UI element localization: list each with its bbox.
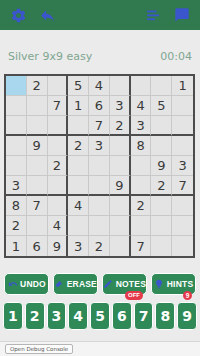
cell-r3c1[interactable] — [6, 116, 27, 136]
cell-r3c6[interactable]: 2 — [110, 116, 131, 136]
hints-button[interactable]: HINTS 9 — [151, 273, 196, 295]
cell-r7c1[interactable]: 8 — [6, 196, 27, 216]
undo-arrow-icon[interactable] — [38, 6, 56, 24]
cell-r3c5[interactable]: 7 — [89, 116, 110, 136]
cell-r7c8[interactable] — [151, 196, 172, 216]
cell-r7c3[interactable] — [48, 196, 69, 216]
cell-r6c5[interactable] — [89, 176, 110, 196]
cell-r4c3[interactable] — [48, 136, 69, 156]
eraser-icon — [54, 279, 65, 290]
cell-r1c7[interactable] — [131, 76, 152, 96]
cell-r7c2[interactable]: 7 — [27, 196, 48, 216]
cell-r7c4[interactable]: 4 — [68, 196, 89, 216]
cell-r1c1[interactable] — [6, 76, 27, 96]
action-toolbar: UNDO ERASE NOTES OFF HINTS 9 — [4, 273, 196, 295]
cell-r4c1[interactable] — [6, 136, 27, 156]
cell-r8c7[interactable] — [131, 216, 152, 236]
cell-r2c3[interactable]: 7 — [48, 96, 69, 116]
cell-r5c8[interactable]: 9 — [151, 156, 172, 176]
cell-r5c1[interactable] — [6, 156, 27, 176]
cell-r2c9[interactable] — [172, 96, 193, 116]
debug-console-bar: Open Debug Console — [0, 341, 200, 356]
timer: 00:04 — [160, 50, 192, 63]
cell-r2c7[interactable]: 4 — [131, 96, 152, 116]
numpad-key-3[interactable]: 3 — [47, 302, 67, 330]
cell-r2c4[interactable]: 1 — [68, 96, 89, 116]
cell-r8c1[interactable]: 2 — [6, 216, 27, 236]
notes-label: NOTES — [116, 279, 146, 289]
cell-r6c3[interactable] — [48, 176, 69, 196]
cell-r5c9[interactable]: 3 — [172, 156, 193, 176]
cell-r6c8[interactable]: 2 — [151, 176, 172, 196]
cell-r4c9[interactable] — [172, 136, 193, 156]
undo-label: UNDO — [20, 279, 46, 289]
cell-r4c5[interactable]: 3 — [89, 136, 110, 156]
cell-r4c2[interactable]: 9 — [27, 136, 48, 156]
cell-r8c5[interactable] — [89, 216, 110, 236]
cell-r1c2[interactable]: 2 — [27, 76, 48, 96]
cell-r5c7[interactable] — [131, 156, 152, 176]
cell-r5c5[interactable] — [89, 156, 110, 176]
cell-r9c2[interactable]: 6 — [27, 236, 48, 256]
cell-r3c2[interactable] — [27, 116, 48, 136]
cell-r1c6[interactable] — [110, 76, 131, 96]
cell-r2c1[interactable] — [6, 96, 27, 116]
numpad-key-7[interactable]: 7 — [134, 302, 154, 330]
difficulty-label: Silver 9x9 easy — [8, 50, 92, 63]
cell-r7c6[interactable] — [110, 196, 131, 216]
numpad-key-8[interactable]: 8 — [155, 302, 175, 330]
undo-button[interactable]: UNDO — [4, 273, 49, 295]
cell-r9c1[interactable]: 1 — [6, 236, 27, 256]
numpad-key-6[interactable]: 6 — [112, 302, 132, 330]
notes-off-badge: OFF — [125, 291, 143, 300]
cell-r4c6[interactable] — [110, 136, 131, 156]
erase-label: ERASE — [67, 279, 97, 289]
cell-r9c3[interactable]: 9 — [48, 236, 69, 256]
sudoku-grid: 254171634572392382933927874224169327 — [4, 74, 195, 258]
playlist-icon[interactable] — [144, 6, 162, 24]
cell-r2c5[interactable]: 6 — [89, 96, 110, 116]
cell-r5c3[interactable]: 2 — [48, 156, 69, 176]
cell-r3c7[interactable]: 3 — [131, 116, 152, 136]
number-pad: 123456789 — [3, 302, 197, 330]
numpad-key-5[interactable]: 5 — [90, 302, 110, 330]
numpad-key-4[interactable]: 4 — [68, 302, 88, 330]
cell-r3c4[interactable] — [68, 116, 89, 136]
lightbulb-icon — [154, 279, 165, 290]
cell-r5c4[interactable] — [68, 156, 89, 176]
cell-r6c1[interactable]: 3 — [6, 176, 27, 196]
cell-r5c6[interactable] — [110, 156, 131, 176]
cell-r3c3[interactable] — [48, 116, 69, 136]
cell-r1c4[interactable]: 5 — [68, 76, 89, 96]
numpad-key-1[interactable]: 1 — [3, 302, 23, 330]
cell-r6c4[interactable] — [68, 176, 89, 196]
cell-r2c8[interactable]: 5 — [151, 96, 172, 116]
chat-bubble-icon[interactable] — [173, 6, 191, 24]
cell-r9c9[interactable] — [172, 236, 193, 256]
cell-r2c2[interactable] — [27, 96, 48, 116]
cell-r7c9[interactable] — [172, 196, 193, 216]
cell-r9c4[interactable]: 3 — [68, 236, 89, 256]
pencil-icon — [103, 279, 114, 290]
numpad-key-2[interactable]: 2 — [25, 302, 45, 330]
cell-r3c8[interactable] — [151, 116, 172, 136]
cell-r9c5[interactable]: 2 — [89, 236, 110, 256]
cell-r7c7[interactable]: 2 — [131, 196, 152, 216]
cell-r1c5[interactable]: 4 — [89, 76, 110, 96]
cell-r1c9[interactable]: 1 — [172, 76, 193, 96]
cell-r6c2[interactable] — [27, 176, 48, 196]
cell-r8c2[interactable] — [27, 216, 48, 236]
hints-count-badge: 9 — [183, 291, 192, 300]
cell-r8c6[interactable] — [110, 216, 131, 236]
hints-label: HINTS — [167, 279, 194, 289]
cell-r8c8[interactable] — [151, 216, 172, 236]
cell-r9c6[interactable] — [110, 236, 131, 256]
open-debug-console-button[interactable]: Open Debug Console — [5, 344, 73, 355]
cell-r5c2[interactable] — [27, 156, 48, 176]
cell-r1c8[interactable] — [151, 76, 172, 96]
notes-button[interactable]: NOTES OFF — [102, 273, 147, 295]
cell-r9c7[interactable]: 7 — [131, 236, 152, 256]
cell-r6c6[interactable]: 9 — [110, 176, 131, 196]
cell-r4c8[interactable] — [151, 136, 172, 156]
cell-r4c4[interactable]: 2 — [68, 136, 89, 156]
cell-r6c7[interactable] — [131, 176, 152, 196]
cell-r6c9[interactable]: 7 — [172, 176, 193, 196]
undo-icon — [7, 279, 18, 290]
cell-r1c3[interactable] — [48, 76, 69, 96]
cell-r3c9[interactable] — [172, 116, 193, 136]
top-toolbar — [0, 0, 200, 30]
cell-r8c9[interactable] — [172, 216, 193, 236]
cell-r9c8[interactable] — [151, 236, 172, 256]
cell-r8c3[interactable]: 4 — [48, 216, 69, 236]
cell-r7c5[interactable] — [89, 196, 110, 216]
settings-gear-icon[interactable] — [9, 6, 27, 24]
cell-r4c7[interactable]: 8 — [131, 136, 152, 156]
numpad-key-9[interactable]: 9 — [177, 302, 197, 330]
cell-r8c4[interactable] — [68, 216, 89, 236]
erase-button[interactable]: ERASE — [53, 273, 98, 295]
cell-r2c6[interactable]: 3 — [110, 96, 131, 116]
status-row: Silver 9x9 easy 00:04 — [8, 50, 192, 63]
